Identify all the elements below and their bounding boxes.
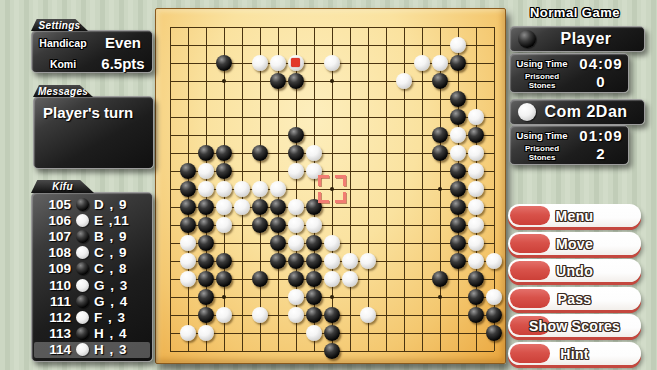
black-stone — [180, 181, 196, 197]
white-stone — [486, 289, 502, 305]
kifu-move-coord: B , 9 — [94, 229, 150, 244]
black-stone — [432, 271, 448, 287]
kifu-row: 105D , 9 — [34, 196, 150, 212]
settings-tab: Settings — [31, 19, 88, 31]
white-stone — [342, 271, 358, 287]
handicap-value: Even — [94, 34, 152, 51]
white-stone — [306, 325, 322, 341]
com-name: Com 2Dan — [536, 103, 636, 121]
black-stone — [198, 307, 214, 323]
black-stone — [432, 73, 448, 89]
handicap-row: Handicap Even — [32, 33, 152, 52]
white-stone — [324, 235, 340, 251]
grid-line — [368, 27, 369, 351]
white-stone — [468, 163, 484, 179]
black-stone — [468, 307, 484, 323]
messages-tab-label: Messages — [38, 86, 88, 97]
black-stone — [486, 307, 502, 323]
menu-button[interactable]: Menu — [508, 204, 641, 227]
black-stone — [198, 253, 214, 269]
kifu-move-coord: G , 3 — [94, 278, 150, 293]
black-stone — [450, 217, 466, 233]
black-stone — [198, 145, 214, 161]
com-prisoners-row: Prisoned Stones 2 — [510, 145, 628, 162]
black-stone — [450, 163, 466, 179]
kifu-white-stone-icon — [76, 311, 89, 324]
white-stone — [216, 307, 232, 323]
com-using-time: 01:09 — [574, 127, 628, 144]
player-stats-panel: Using Time 04:09 Prisoned Stones 0 — [509, 53, 629, 93]
black-stone-icon — [518, 30, 536, 48]
com-stats-panel: Using Time 01:09 Prisoned Stones 2 — [509, 125, 629, 165]
black-stone — [306, 271, 322, 287]
kifu-tab-label: Kifu — [52, 181, 73, 192]
kifu-move-number: 107 — [34, 229, 71, 244]
white-stone — [432, 55, 448, 71]
white-stone — [288, 235, 304, 251]
black-stone — [180, 199, 196, 215]
grid-line — [350, 27, 351, 351]
undo-button-label: Undo — [508, 259, 641, 282]
black-stone — [450, 199, 466, 215]
white-stone — [414, 55, 430, 71]
black-stone — [270, 217, 286, 233]
kifu-black-stone-icon — [76, 230, 89, 243]
white-stone — [468, 199, 484, 215]
kifu-row: 113H , 4 — [34, 326, 150, 342]
white-stone — [450, 145, 466, 161]
black-stone — [270, 199, 286, 215]
messages-tab: Messages — [33, 85, 93, 97]
white-stone — [216, 199, 232, 215]
komi-value: 6.5pts — [94, 55, 152, 72]
white-stone — [252, 181, 268, 197]
com-time-row: Using Time 01:09 — [510, 126, 628, 145]
white-stone — [198, 181, 214, 197]
kifu-row: 110G , 3 — [34, 277, 150, 293]
black-stone — [270, 73, 286, 89]
white-stone — [180, 253, 196, 269]
kifu-move-coord: D , 9 — [94, 197, 150, 212]
kifu-row: 111G , 4 — [34, 293, 150, 309]
black-stone — [468, 127, 484, 143]
black-stone — [270, 253, 286, 269]
undo-button[interactable]: Undo — [508, 259, 641, 282]
turn-message: Player's turn — [43, 104, 133, 121]
komi-row: Komi 6.5pts — [32, 54, 152, 73]
black-stone — [432, 145, 448, 161]
white-stone — [270, 181, 286, 197]
black-stone — [486, 325, 502, 341]
kifu-white-stone-icon — [76, 246, 89, 259]
white-stone — [252, 55, 268, 71]
kifu-move-number: 105 — [34, 197, 71, 212]
black-stone — [306, 307, 322, 323]
black-stone — [252, 145, 268, 161]
white-stone — [360, 307, 376, 323]
move-button[interactable]: Move — [508, 232, 641, 255]
black-stone — [288, 271, 304, 287]
kifu-move-number: 110 — [34, 278, 71, 293]
kifu-white-stone-icon — [76, 214, 89, 227]
kifu-black-stone-icon — [76, 262, 89, 275]
player-header: Player — [509, 26, 645, 52]
black-stone — [432, 127, 448, 143]
white-stone — [468, 235, 484, 251]
white-stone — [270, 55, 286, 71]
kifu-move-number: 108 — [34, 245, 71, 260]
show-scores-button-label: Show Scores — [508, 314, 641, 337]
white-stone — [180, 325, 196, 341]
black-stone — [324, 307, 340, 323]
black-stone — [198, 289, 214, 305]
white-stone — [324, 253, 340, 269]
last-move-marker — [291, 58, 300, 67]
white-stone — [252, 307, 268, 323]
white-stone — [180, 235, 196, 251]
kifu-move-coord: F , 3 — [94, 310, 150, 325]
player-time-row: Using Time 04:09 — [510, 54, 628, 73]
white-stone — [324, 271, 340, 287]
kifu-row: 107B , 9 — [34, 228, 150, 244]
white-stone — [468, 109, 484, 125]
hint-button[interactable]: Hint — [508, 342, 641, 365]
black-stone — [180, 217, 196, 233]
black-stone — [198, 271, 214, 287]
black-stone — [252, 271, 268, 287]
player-prisoned-count: 0 — [574, 73, 628, 90]
white-stone — [288, 307, 304, 323]
hoshi-point — [330, 295, 334, 299]
settings-tab-label: Settings — [39, 20, 81, 31]
kifu-row: 114H , 3 — [34, 342, 150, 358]
white-stone-icon — [518, 103, 536, 121]
kifu-move-coord: E ,11 — [94, 213, 150, 228]
go-board-frame — [155, 8, 506, 364]
white-stone — [180, 271, 196, 287]
black-stone — [198, 217, 214, 233]
hoshi-point — [438, 295, 442, 299]
kifu-move-number: 114 — [34, 342, 71, 357]
white-stone — [216, 217, 232, 233]
kifu-move-coord: H , 4 — [94, 326, 150, 341]
com-header: Com 2Dan — [509, 99, 645, 125]
white-stone — [450, 37, 466, 53]
white-stone — [450, 127, 466, 143]
kifu-move-coord: C , 8 — [94, 261, 150, 276]
hint-button-label: Hint — [508, 342, 641, 365]
white-stone — [198, 325, 214, 341]
cursor-corner — [318, 192, 329, 203]
menu-button-label: Menu — [508, 204, 641, 227]
white-stone — [198, 163, 214, 179]
black-stone — [468, 271, 484, 287]
cursor-corner — [335, 192, 346, 203]
hoshi-point — [438, 187, 442, 191]
black-stone — [450, 235, 466, 251]
kifu-row: 109C , 8 — [34, 261, 150, 277]
settings-panel: Handicap Even Komi 6.5pts — [31, 30, 153, 73]
white-stone — [306, 145, 322, 161]
com-prisoned-label: Prisoned Stones — [510, 145, 574, 162]
handicap-label: Handicap — [32, 37, 94, 49]
white-stone — [468, 181, 484, 197]
white-stone — [216, 181, 232, 197]
cursor-corner — [318, 175, 329, 186]
grid-line — [386, 27, 387, 351]
black-stone — [216, 145, 232, 161]
kifu-panel[interactable]: 105D , 9106E ,11107B , 9108C , 9109C , 8… — [31, 192, 153, 362]
white-stone — [468, 145, 484, 161]
black-stone — [306, 253, 322, 269]
kifu-move-number: 106 — [34, 213, 71, 228]
black-stone — [450, 109, 466, 125]
show-scores-button[interactable]: Show Scores — [508, 314, 641, 337]
black-stone — [252, 199, 268, 215]
messages-panel: Player's turn — [33, 96, 154, 169]
player-using-time: 04:09 — [574, 55, 628, 72]
move-button-label: Move — [508, 232, 641, 255]
white-stone — [486, 253, 502, 269]
kifu-move-number: 111 — [34, 294, 71, 309]
black-stone — [450, 55, 466, 71]
white-stone — [288, 163, 304, 179]
kifu-black-stone-icon — [76, 327, 89, 340]
black-stone — [270, 235, 286, 251]
black-stone — [324, 325, 340, 341]
kifu-move-number: 113 — [34, 326, 71, 341]
kifu-tab: Kifu — [31, 180, 94, 193]
black-stone — [252, 217, 268, 233]
kifu-move-number: 109 — [34, 261, 71, 276]
white-stone — [288, 217, 304, 233]
hoshi-point — [222, 295, 226, 299]
black-stone — [288, 73, 304, 89]
white-stone — [468, 253, 484, 269]
white-stone — [234, 181, 250, 197]
black-stone — [216, 55, 232, 71]
grid-line — [422, 27, 423, 351]
kifu-move-coord: H , 3 — [94, 342, 150, 357]
black-stone — [198, 199, 214, 215]
kifu-move-coord: G , 4 — [94, 294, 150, 309]
hoshi-point — [222, 79, 226, 83]
player-prisoners-row: Prisoned Stones 0 — [510, 73, 628, 90]
white-stone — [288, 199, 304, 215]
game-screen: Settings Handicap Even Komi 6.5pts Messa… — [0, 0, 657, 370]
kifu-row: 112F , 3 — [34, 309, 150, 325]
black-stone — [216, 253, 232, 269]
board-cursor[interactable] — [318, 175, 346, 203]
kifu-white-stone-icon — [76, 343, 89, 356]
kifu-move-list: 105D , 9106E ,11107B , 9108C , 9109C , 8… — [34, 196, 150, 358]
komi-label: Komi — [32, 58, 94, 70]
cursor-corner — [335, 175, 346, 186]
pass-button-label: Pass — [508, 287, 641, 310]
black-stone — [198, 235, 214, 251]
black-stone — [450, 91, 466, 107]
white-stone — [342, 253, 358, 269]
hoshi-point — [330, 79, 334, 83]
black-stone — [450, 181, 466, 197]
kifu-black-stone-icon — [76, 198, 89, 211]
white-stone — [234, 199, 250, 215]
black-stone — [450, 253, 466, 269]
pass-button[interactable]: Pass — [508, 287, 641, 310]
game-mode-title: Normal Game — [500, 5, 650, 20]
black-stone — [288, 127, 304, 143]
black-stone — [180, 163, 196, 179]
black-stone — [468, 289, 484, 305]
player-prisoned-label: Prisoned Stones — [510, 73, 574, 90]
kifu-row: 106E ,11 — [34, 212, 150, 228]
com-using-time-label: Using Time — [510, 131, 574, 141]
kifu-move-coord: C , 9 — [94, 245, 150, 260]
black-stone — [306, 235, 322, 251]
com-prisoned-count: 2 — [574, 145, 628, 162]
kifu-black-stone-icon — [76, 295, 89, 308]
white-stone — [324, 55, 340, 71]
go-board[interactable] — [170, 27, 494, 351]
black-stone — [216, 271, 232, 287]
kifu-move-number: 112 — [34, 310, 71, 325]
player-using-time-label: Using Time — [510, 59, 574, 69]
player-name: Player — [536, 30, 636, 48]
black-stone — [288, 253, 304, 269]
black-stone — [306, 289, 322, 305]
white-stone — [360, 253, 376, 269]
black-stone — [288, 145, 304, 161]
white-stone — [288, 289, 304, 305]
black-stone — [216, 163, 232, 179]
kifu-white-stone-icon — [76, 279, 89, 292]
white-stone — [468, 217, 484, 233]
white-stone — [306, 217, 322, 233]
black-stone — [324, 343, 340, 359]
white-stone — [396, 73, 412, 89]
kifu-row: 108C , 9 — [34, 245, 150, 261]
